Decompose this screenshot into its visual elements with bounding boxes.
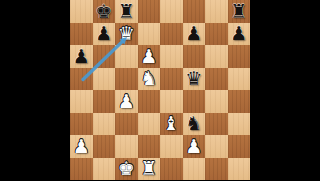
square-g8[interactable]: [205, 0, 228, 23]
square-f8[interactable]: [183, 0, 206, 23]
piece-white-king-c1[interactable]: ♚: [118, 159, 135, 178]
square-b5[interactable]: [93, 68, 116, 91]
square-d7[interactable]: [138, 23, 161, 46]
square-b4[interactable]: [93, 90, 116, 113]
square-h6[interactable]: [228, 45, 251, 68]
square-f3[interactable]: ♞: [183, 113, 206, 136]
square-b7[interactable]: ♟: [93, 23, 116, 46]
piece-white-queen-c7[interactable]: ♛: [118, 24, 135, 43]
square-d3[interactable]: [138, 113, 161, 136]
square-e1[interactable]: [160, 158, 183, 181]
square-c4[interactable]: ♟: [115, 90, 138, 113]
square-a3[interactable]: [70, 113, 93, 136]
square-f1[interactable]: [183, 158, 206, 181]
square-g7[interactable]: [205, 23, 228, 46]
square-b3[interactable]: [93, 113, 116, 136]
square-h8[interactable]: ♜: [228, 0, 251, 23]
square-d2[interactable]: [138, 135, 161, 158]
square-h1[interactable]: [228, 158, 251, 181]
square-d5[interactable]: ♞: [138, 68, 161, 91]
square-h2[interactable]: [228, 135, 251, 158]
square-a6[interactable]: ♟: [70, 45, 93, 68]
square-c5[interactable]: [115, 68, 138, 91]
square-d8[interactable]: [138, 0, 161, 23]
square-b1[interactable]: [93, 158, 116, 181]
screenshot-stage: ♚♜♜♟♛♟♟♟♟♞♛♟♝♞♟♟♚♜: [0, 0, 320, 180]
piece-black-pawn-a6[interactable]: ♟: [73, 46, 90, 65]
square-c2[interactable]: [115, 135, 138, 158]
square-f5[interactable]: ♛: [183, 68, 206, 91]
square-a4[interactable]: [70, 90, 93, 113]
square-a2[interactable]: ♟: [70, 135, 93, 158]
piece-black-queen-f5[interactable]: ♛: [185, 69, 202, 88]
piece-white-knight-d5[interactable]: ♞: [140, 69, 157, 88]
square-b8[interactable]: ♚: [93, 0, 116, 23]
square-f4[interactable]: [183, 90, 206, 113]
piece-black-knight-f3[interactable]: ♞: [185, 114, 202, 133]
square-d6[interactable]: ♟: [138, 45, 161, 68]
square-e7[interactable]: [160, 23, 183, 46]
square-g5[interactable]: [205, 68, 228, 91]
square-g1[interactable]: [205, 158, 228, 181]
square-a7[interactable]: [70, 23, 93, 46]
square-c8[interactable]: ♜: [115, 0, 138, 23]
square-d4[interactable]: [138, 90, 161, 113]
piece-black-rook-c8[interactable]: ♜: [118, 1, 135, 20]
square-e5[interactable]: [160, 68, 183, 91]
piece-black-pawn-h7[interactable]: ♟: [230, 24, 247, 43]
square-a8[interactable]: [70, 0, 93, 23]
square-g4[interactable]: [205, 90, 228, 113]
letterbox-left: [0, 0, 70, 180]
square-h5[interactable]: [228, 68, 251, 91]
square-b6[interactable]: [93, 45, 116, 68]
square-b2[interactable]: [93, 135, 116, 158]
square-e8[interactable]: [160, 0, 183, 23]
piece-white-bishop-e3[interactable]: ♝: [163, 114, 180, 133]
square-e2[interactable]: [160, 135, 183, 158]
square-c7[interactable]: ♛: [115, 23, 138, 46]
square-h4[interactable]: [228, 90, 251, 113]
piece-white-pawn-d6[interactable]: ♟: [140, 46, 157, 65]
square-e6[interactable]: [160, 45, 183, 68]
square-h3[interactable]: [228, 113, 251, 136]
piece-black-rook-h8[interactable]: ♜: [230, 1, 247, 20]
piece-white-rook-d1[interactable]: ♜: [140, 159, 157, 178]
square-c1[interactable]: ♚: [115, 158, 138, 181]
piece-white-pawn-f2[interactable]: ♟: [185, 136, 202, 155]
square-c3[interactable]: [115, 113, 138, 136]
piece-white-pawn-a2[interactable]: ♟: [73, 136, 90, 155]
piece-black-pawn-b7[interactable]: ♟: [95, 24, 112, 43]
piece-white-pawn-c4[interactable]: ♟: [118, 91, 135, 110]
square-g3[interactable]: [205, 113, 228, 136]
square-e4[interactable]: [160, 90, 183, 113]
letterbox-right: [250, 0, 320, 180]
square-f6[interactable]: [183, 45, 206, 68]
piece-black-king-b8[interactable]: ♚: [95, 1, 112, 20]
square-c6[interactable]: [115, 45, 138, 68]
square-d1[interactable]: ♜: [138, 158, 161, 181]
square-e3[interactable]: ♝: [160, 113, 183, 136]
piece-black-pawn-f7[interactable]: ♟: [185, 24, 202, 43]
square-g6[interactable]: [205, 45, 228, 68]
square-h7[interactable]: ♟: [228, 23, 251, 46]
square-g2[interactable]: [205, 135, 228, 158]
square-f7[interactable]: ♟: [183, 23, 206, 46]
square-f2[interactable]: ♟: [183, 135, 206, 158]
square-a5[interactable]: [70, 68, 93, 91]
square-a1[interactable]: [70, 158, 93, 181]
chess-board[interactable]: ♚♜♜♟♛♟♟♟♟♞♛♟♝♞♟♟♚♜: [70, 0, 250, 180]
